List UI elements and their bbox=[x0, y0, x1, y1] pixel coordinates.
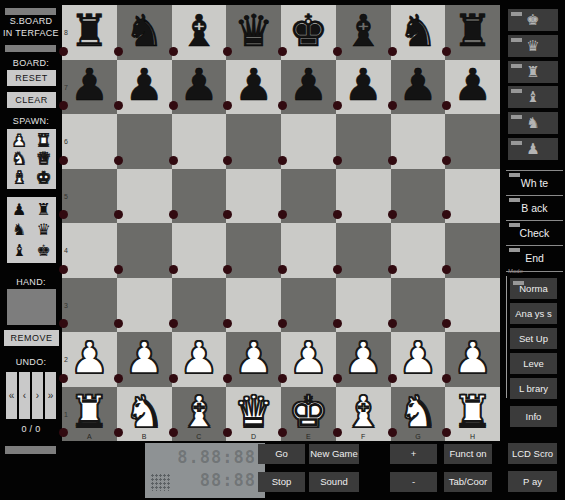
rank-label-5: 5 bbox=[64, 192, 68, 199]
corner-dot bbox=[59, 210, 68, 219]
corner-dot bbox=[388, 265, 397, 274]
piece-white-rook[interactable]: ♜ bbox=[70, 390, 109, 434]
corner-dot bbox=[388, 156, 397, 165]
corner-dot bbox=[223, 428, 232, 437]
key-tag bbox=[511, 141, 522, 145]
select-knight-button[interactable]: ♞ bbox=[508, 112, 558, 134]
file-label-d: D bbox=[251, 433, 256, 440]
square-a5[interactable]: 5 bbox=[62, 169, 117, 224]
chess-board: 8♜♞♝♛♚♝♞♜7♟♟♟♟♟♟♟♟65432♟♟♟♟♟♟♟♟1A♜B♞C♝D♛… bbox=[62, 5, 500, 441]
corner-dot bbox=[169, 374, 178, 383]
corner-dot bbox=[442, 265, 451, 274]
remove-button[interactable]: REMOVE bbox=[4, 330, 59, 346]
corner-dot bbox=[388, 374, 397, 383]
corner-dot bbox=[169, 210, 178, 219]
square-h4[interactable] bbox=[445, 223, 500, 278]
check-button[interactable]: Check bbox=[506, 220, 563, 246]
undo-section-label: UNDO: bbox=[0, 357, 62, 367]
corner-dot bbox=[169, 319, 178, 328]
piece-white-pawn[interactable]: ♟ bbox=[70, 336, 109, 380]
square-a2[interactable]: 2♟ bbox=[62, 332, 117, 387]
spawn-palette-black: ♟♜♞♛♝♚ bbox=[7, 197, 56, 263]
square-b8[interactable]: ♞ bbox=[117, 5, 172, 60]
clear-button[interactable]: CLEAR bbox=[7, 92, 56, 108]
go-button[interactable]: Go bbox=[258, 444, 305, 464]
square-d4[interactable] bbox=[226, 223, 281, 278]
corner-dot bbox=[442, 47, 451, 56]
key-tag bbox=[509, 223, 520, 227]
corner-dot bbox=[278, 156, 287, 165]
square-e4[interactable] bbox=[281, 223, 336, 278]
rank-label-8: 8 bbox=[64, 29, 68, 36]
corner-dot bbox=[442, 156, 451, 165]
square-g2[interactable]: ♟ bbox=[391, 332, 446, 387]
piece-white-bishop[interactable]: ♝ bbox=[343, 390, 382, 434]
piece-white-rook[interactable]: ♜ bbox=[453, 390, 492, 434]
square-c8[interactable]: ♝ bbox=[172, 5, 227, 60]
corner-dot bbox=[114, 210, 123, 219]
corner-dot bbox=[223, 47, 232, 56]
square-h3[interactable] bbox=[445, 278, 500, 333]
square-h5[interactable] bbox=[445, 169, 500, 224]
mode-level-button[interactable]: Leve bbox=[510, 353, 557, 374]
square-e2[interactable]: ♟ bbox=[281, 332, 336, 387]
corner-dot bbox=[59, 265, 68, 274]
square-a4[interactable]: 4 bbox=[62, 223, 117, 278]
corner-dot bbox=[388, 101, 397, 110]
corner-dot bbox=[278, 428, 287, 437]
square-a3[interactable]: 3 bbox=[62, 278, 117, 333]
file-label-e: E bbox=[306, 433, 311, 440]
corner-dot bbox=[114, 428, 123, 437]
mode-library-button[interactable]: L brary bbox=[510, 378, 557, 399]
rank-label-4: 4 bbox=[64, 247, 68, 254]
corner-dot bbox=[333, 319, 342, 328]
corner-dot bbox=[169, 265, 178, 274]
corner-dot bbox=[278, 265, 287, 274]
piece-black-pawn[interactable]: ♟ bbox=[124, 63, 163, 107]
piece-black-pawn[interactable]: ♟ bbox=[453, 63, 492, 107]
piece-white-pawn[interactable]: ♟ bbox=[398, 336, 437, 380]
square-b4[interactable] bbox=[117, 223, 172, 278]
select-pawn-button[interactable]: ♟ bbox=[508, 138, 558, 160]
spawn-black-rook[interactable]: ♜ bbox=[37, 201, 51, 218]
square-a6[interactable]: 6 bbox=[62, 114, 117, 169]
plus-button[interactable]: + bbox=[390, 444, 437, 464]
app-title-line1: S.BOARD bbox=[0, 16, 62, 26]
corner-dot bbox=[114, 101, 123, 110]
square-c4[interactable] bbox=[172, 223, 227, 278]
corner-dot bbox=[333, 156, 342, 165]
reset-button[interactable]: RESET bbox=[7, 70, 56, 86]
square-h6[interactable] bbox=[445, 114, 500, 169]
corner-dot bbox=[388, 428, 397, 437]
square-h8[interactable]: ♜ bbox=[445, 5, 500, 60]
piece-white-pawn[interactable]: ♟ bbox=[179, 336, 218, 380]
square-g5[interactable] bbox=[391, 169, 446, 224]
corner-dot bbox=[59, 319, 68, 328]
corner-dot bbox=[223, 319, 232, 328]
spawn-white-queen[interactable]: ♛ bbox=[37, 150, 51, 167]
piece-white-pawn[interactable]: ♟ bbox=[234, 336, 273, 380]
white-button[interactable]: Wh te bbox=[506, 170, 563, 196]
square-c5[interactable] bbox=[172, 169, 227, 224]
piece-black-pawn[interactable]: ♟ bbox=[289, 63, 328, 107]
corner-dot bbox=[442, 428, 451, 437]
square-g6[interactable] bbox=[391, 114, 446, 169]
spawn-black-king[interactable]: ♚ bbox=[37, 242, 51, 259]
key-tag bbox=[513, 281, 524, 285]
square-g3[interactable] bbox=[391, 278, 446, 333]
spawn-black-queen[interactable]: ♛ bbox=[37, 221, 51, 238]
spawn-white-pawn[interactable]: ♟ bbox=[12, 132, 26, 149]
square-b7[interactable]: ♟ bbox=[117, 60, 172, 115]
undo-forward-button[interactable]: › bbox=[32, 372, 43, 419]
king-icon: ♚ bbox=[526, 13, 539, 28]
square-g1[interactable]: G♞ bbox=[391, 387, 446, 442]
mode-set-up-button[interactable]: Set Up bbox=[510, 328, 557, 349]
mode-section-label: Mode bbox=[508, 268, 523, 274]
square-d5[interactable] bbox=[226, 169, 281, 224]
sidebar-bottom-bar bbox=[5, 446, 56, 454]
corner-dot bbox=[223, 374, 232, 383]
square-c1[interactable]: C♝ bbox=[172, 387, 227, 442]
lcd-display: 8.88:88 88:88 bbox=[145, 443, 265, 498]
spawn-white-rook[interactable]: ♜ bbox=[37, 132, 51, 149]
bishop-icon: ♝ bbox=[526, 90, 539, 105]
corner-dot bbox=[442, 319, 451, 328]
piece-black-rook[interactable]: ♜ bbox=[70, 9, 109, 53]
corner-dot bbox=[59, 101, 68, 110]
corner-dot bbox=[278, 319, 287, 328]
square-g8[interactable]: ♞ bbox=[391, 5, 446, 60]
square-f6[interactable] bbox=[336, 114, 391, 169]
corner-dot bbox=[59, 374, 68, 383]
spawn-black-bishop[interactable]: ♝ bbox=[12, 242, 26, 259]
piece-black-pawn[interactable]: ♟ bbox=[343, 63, 382, 107]
chess-setup-app: S.BOARD IN TERFACE BOARD: RESET CLEAR SP… bbox=[0, 0, 565, 500]
square-a7[interactable]: 7♟ bbox=[62, 60, 117, 115]
undo-counter: 0 / 0 bbox=[0, 424, 62, 434]
mode-analysis-button[interactable]: Ana ys s bbox=[510, 303, 557, 324]
square-d7[interactable]: ♟ bbox=[226, 60, 281, 115]
corner-dot bbox=[388, 319, 397, 328]
corner-dot bbox=[59, 156, 68, 165]
corner-dot bbox=[223, 265, 232, 274]
square-f1[interactable]: F♝ bbox=[336, 387, 391, 442]
square-e8[interactable]: ♚ bbox=[281, 5, 336, 60]
corner-dot bbox=[442, 210, 451, 219]
piece-black-knight[interactable]: ♞ bbox=[398, 9, 437, 53]
corner-dot bbox=[59, 428, 68, 437]
piece-white-knight[interactable]: ♞ bbox=[398, 390, 437, 434]
minus-button[interactable]: - bbox=[390, 472, 437, 492]
key-tag bbox=[511, 115, 522, 119]
new-game-button[interactable]: New Game bbox=[309, 444, 359, 464]
spawn-black-pawn[interactable]: ♟ bbox=[12, 201, 26, 218]
board-section-label: BOARD: bbox=[0, 58, 62, 68]
key-tag bbox=[511, 64, 522, 68]
undo-back-button[interactable]: ‹ bbox=[19, 372, 30, 419]
corner-dot bbox=[114, 374, 123, 383]
square-f8[interactable]: ♝ bbox=[336, 5, 391, 60]
undo-controls: «‹›» bbox=[6, 372, 56, 419]
rook-icon: ♜ bbox=[526, 65, 539, 80]
piece-black-queen[interactable]: ♛ bbox=[234, 9, 273, 53]
square-a1[interactable]: 1A♜ bbox=[62, 387, 117, 442]
piece-black-bishop[interactable]: ♝ bbox=[179, 9, 218, 53]
corner-dot bbox=[278, 374, 287, 383]
select-rook-button[interactable]: ♜ bbox=[508, 61, 558, 83]
tab-coor-button[interactable]: Tab/Coor bbox=[444, 472, 492, 492]
queen-icon: ♛ bbox=[526, 39, 539, 54]
piece-white-pawn[interactable]: ♟ bbox=[124, 336, 163, 380]
square-c7[interactable]: ♟ bbox=[172, 60, 227, 115]
corner-dot bbox=[333, 47, 342, 56]
piece-white-pawn[interactable]: ♟ bbox=[453, 336, 492, 380]
key-tag bbox=[511, 89, 522, 93]
spawn-white-knight[interactable]: ♞ bbox=[12, 150, 26, 167]
black-button[interactable]: B ack bbox=[506, 195, 563, 221]
square-e6[interactable] bbox=[281, 114, 336, 169]
square-d3[interactable] bbox=[226, 278, 281, 333]
piece-black-pawn[interactable]: ♟ bbox=[179, 63, 218, 107]
square-f2[interactable]: ♟ bbox=[336, 332, 391, 387]
piece-white-bishop[interactable]: ♝ bbox=[179, 390, 218, 434]
rank-label-3: 3 bbox=[64, 301, 68, 308]
file-label-a: A bbox=[87, 433, 92, 440]
square-d8[interactable]: ♛ bbox=[226, 5, 281, 60]
square-e3[interactable] bbox=[281, 278, 336, 333]
piece-white-queen[interactable]: ♛ bbox=[234, 390, 273, 434]
file-label-g: G bbox=[415, 433, 420, 440]
square-e1[interactable]: E♚ bbox=[281, 387, 336, 442]
piece-white-pawn[interactable]: ♟ bbox=[289, 336, 328, 380]
piece-white-knight[interactable]: ♞ bbox=[124, 390, 163, 434]
piece-black-pawn[interactable]: ♟ bbox=[70, 63, 109, 107]
square-g4[interactable] bbox=[391, 223, 446, 278]
knight-icon: ♞ bbox=[526, 116, 539, 131]
square-e7[interactable]: ♟ bbox=[281, 60, 336, 115]
undo-fast-back-button[interactable]: « bbox=[6, 372, 17, 419]
square-g7[interactable]: ♟ bbox=[391, 60, 446, 115]
square-c6[interactable] bbox=[172, 114, 227, 169]
mode-info-button[interactable]: Info bbox=[510, 406, 557, 427]
rank-label-1: 1 bbox=[64, 410, 68, 417]
pawn-icon: ♟ bbox=[526, 142, 539, 157]
piece-white-king[interactable]: ♚ bbox=[289, 390, 328, 434]
corner-dot bbox=[333, 210, 342, 219]
hand-section-label: HAND: bbox=[0, 277, 62, 287]
key-tag bbox=[509, 198, 520, 202]
lcd-clock-line2: 88:88 bbox=[200, 470, 256, 490]
corner-dot bbox=[169, 156, 178, 165]
corner-dot bbox=[278, 101, 287, 110]
square-d1[interactable]: D♛ bbox=[226, 387, 281, 442]
square-h2[interactable]: ♟ bbox=[445, 332, 500, 387]
square-f5[interactable] bbox=[336, 169, 391, 224]
piece-black-rook[interactable]: ♜ bbox=[453, 9, 492, 53]
spawn-palette-white: ♟♜♞♛♝♚ bbox=[7, 129, 56, 189]
corner-dot bbox=[442, 374, 451, 383]
corner-dot bbox=[278, 210, 287, 219]
square-d6[interactable] bbox=[226, 114, 281, 169]
rank-label-6: 6 bbox=[64, 138, 68, 145]
stop-button[interactable]: Stop bbox=[258, 472, 305, 492]
corner-dot bbox=[333, 428, 342, 437]
corner-dot bbox=[169, 428, 178, 437]
spawn-section-label: SPAWN: bbox=[0, 116, 62, 126]
sidebar-top-bar bbox=[5, 8, 56, 15]
piece-black-knight[interactable]: ♞ bbox=[124, 9, 163, 53]
corner-dot bbox=[169, 101, 178, 110]
square-b6[interactable] bbox=[117, 114, 172, 169]
mode-bracket-line bbox=[506, 276, 507, 398]
select-bishop-button[interactable]: ♝ bbox=[508, 86, 558, 108]
corner-dot bbox=[388, 210, 397, 219]
square-c2[interactable]: ♟ bbox=[172, 332, 227, 387]
piece-black-pawn[interactable]: ♟ bbox=[234, 63, 273, 107]
square-f7[interactable]: ♟ bbox=[336, 60, 391, 115]
piece-black-pawn[interactable]: ♟ bbox=[398, 63, 437, 107]
corner-dot bbox=[114, 319, 123, 328]
function-button[interactable]: Funct on bbox=[444, 444, 492, 464]
sidebar-divider-bar bbox=[5, 45, 56, 52]
key-tag bbox=[511, 38, 522, 42]
corner-dot bbox=[388, 47, 397, 56]
file-label-f: F bbox=[361, 433, 365, 440]
play-button[interactable]: P ay bbox=[508, 471, 557, 492]
select-queen-button[interactable]: ♛ bbox=[508, 35, 558, 57]
file-label-h: H bbox=[470, 433, 475, 440]
select-king-button[interactable]: ♚ bbox=[508, 9, 558, 31]
square-b5[interactable] bbox=[117, 169, 172, 224]
undo-fast-forward-button[interactable]: » bbox=[45, 372, 56, 419]
corner-dot bbox=[223, 101, 232, 110]
square-b3[interactable] bbox=[117, 278, 172, 333]
spawn-white-king[interactable]: ♚ bbox=[37, 169, 51, 186]
square-a8[interactable]: 8♜ bbox=[62, 5, 117, 60]
piece-black-king[interactable]: ♚ bbox=[289, 9, 328, 53]
corner-dot bbox=[114, 47, 123, 56]
corner-dot bbox=[333, 101, 342, 110]
corner-dot bbox=[278, 47, 287, 56]
corner-dot bbox=[223, 156, 232, 165]
corner-dot bbox=[442, 101, 451, 110]
key-tag bbox=[511, 12, 522, 16]
corner-dot bbox=[223, 210, 232, 219]
spawn-black-knight[interactable]: ♞ bbox=[12, 221, 26, 238]
spawn-white-bishop[interactable]: ♝ bbox=[12, 169, 26, 186]
corner-dot bbox=[114, 265, 123, 274]
lcd-dot-matrix bbox=[151, 474, 171, 491]
lcd-clock-line1: 8.88:88 bbox=[177, 447, 256, 467]
corner-dot bbox=[333, 374, 342, 383]
piece-black-bishop[interactable]: ♝ bbox=[343, 9, 382, 53]
square-f4[interactable] bbox=[336, 223, 391, 278]
square-h7[interactable]: ♟ bbox=[445, 60, 500, 115]
piece-white-pawn[interactable]: ♟ bbox=[343, 336, 382, 380]
app-title-line2: IN TERFACE bbox=[0, 28, 62, 38]
square-b1[interactable]: B♞ bbox=[117, 387, 172, 442]
square-f3[interactable] bbox=[336, 278, 391, 333]
mode-normal-button[interactable]: Norma bbox=[510, 278, 557, 299]
corner-dot bbox=[114, 156, 123, 165]
corner-dot bbox=[59, 47, 68, 56]
square-e5[interactable] bbox=[281, 169, 336, 224]
square-d2[interactable]: ♟ bbox=[226, 332, 281, 387]
square-c3[interactable] bbox=[172, 278, 227, 333]
lcd-scroll-button[interactable]: LCD Scro bbox=[508, 443, 557, 464]
file-label-c: C bbox=[196, 433, 201, 440]
sound-button[interactable]: Sound bbox=[309, 472, 359, 492]
square-b2[interactable]: ♟ bbox=[117, 332, 172, 387]
file-label-b: B bbox=[142, 433, 147, 440]
rank-label-2: 2 bbox=[64, 356, 68, 363]
key-tag bbox=[509, 173, 520, 177]
square-h1[interactable]: H♜ bbox=[445, 387, 500, 442]
corner-dot bbox=[333, 265, 342, 274]
key-tag bbox=[509, 248, 520, 252]
rank-label-7: 7 bbox=[64, 83, 68, 90]
hand-box[interactable] bbox=[7, 289, 56, 325]
corner-dot bbox=[169, 47, 178, 56]
